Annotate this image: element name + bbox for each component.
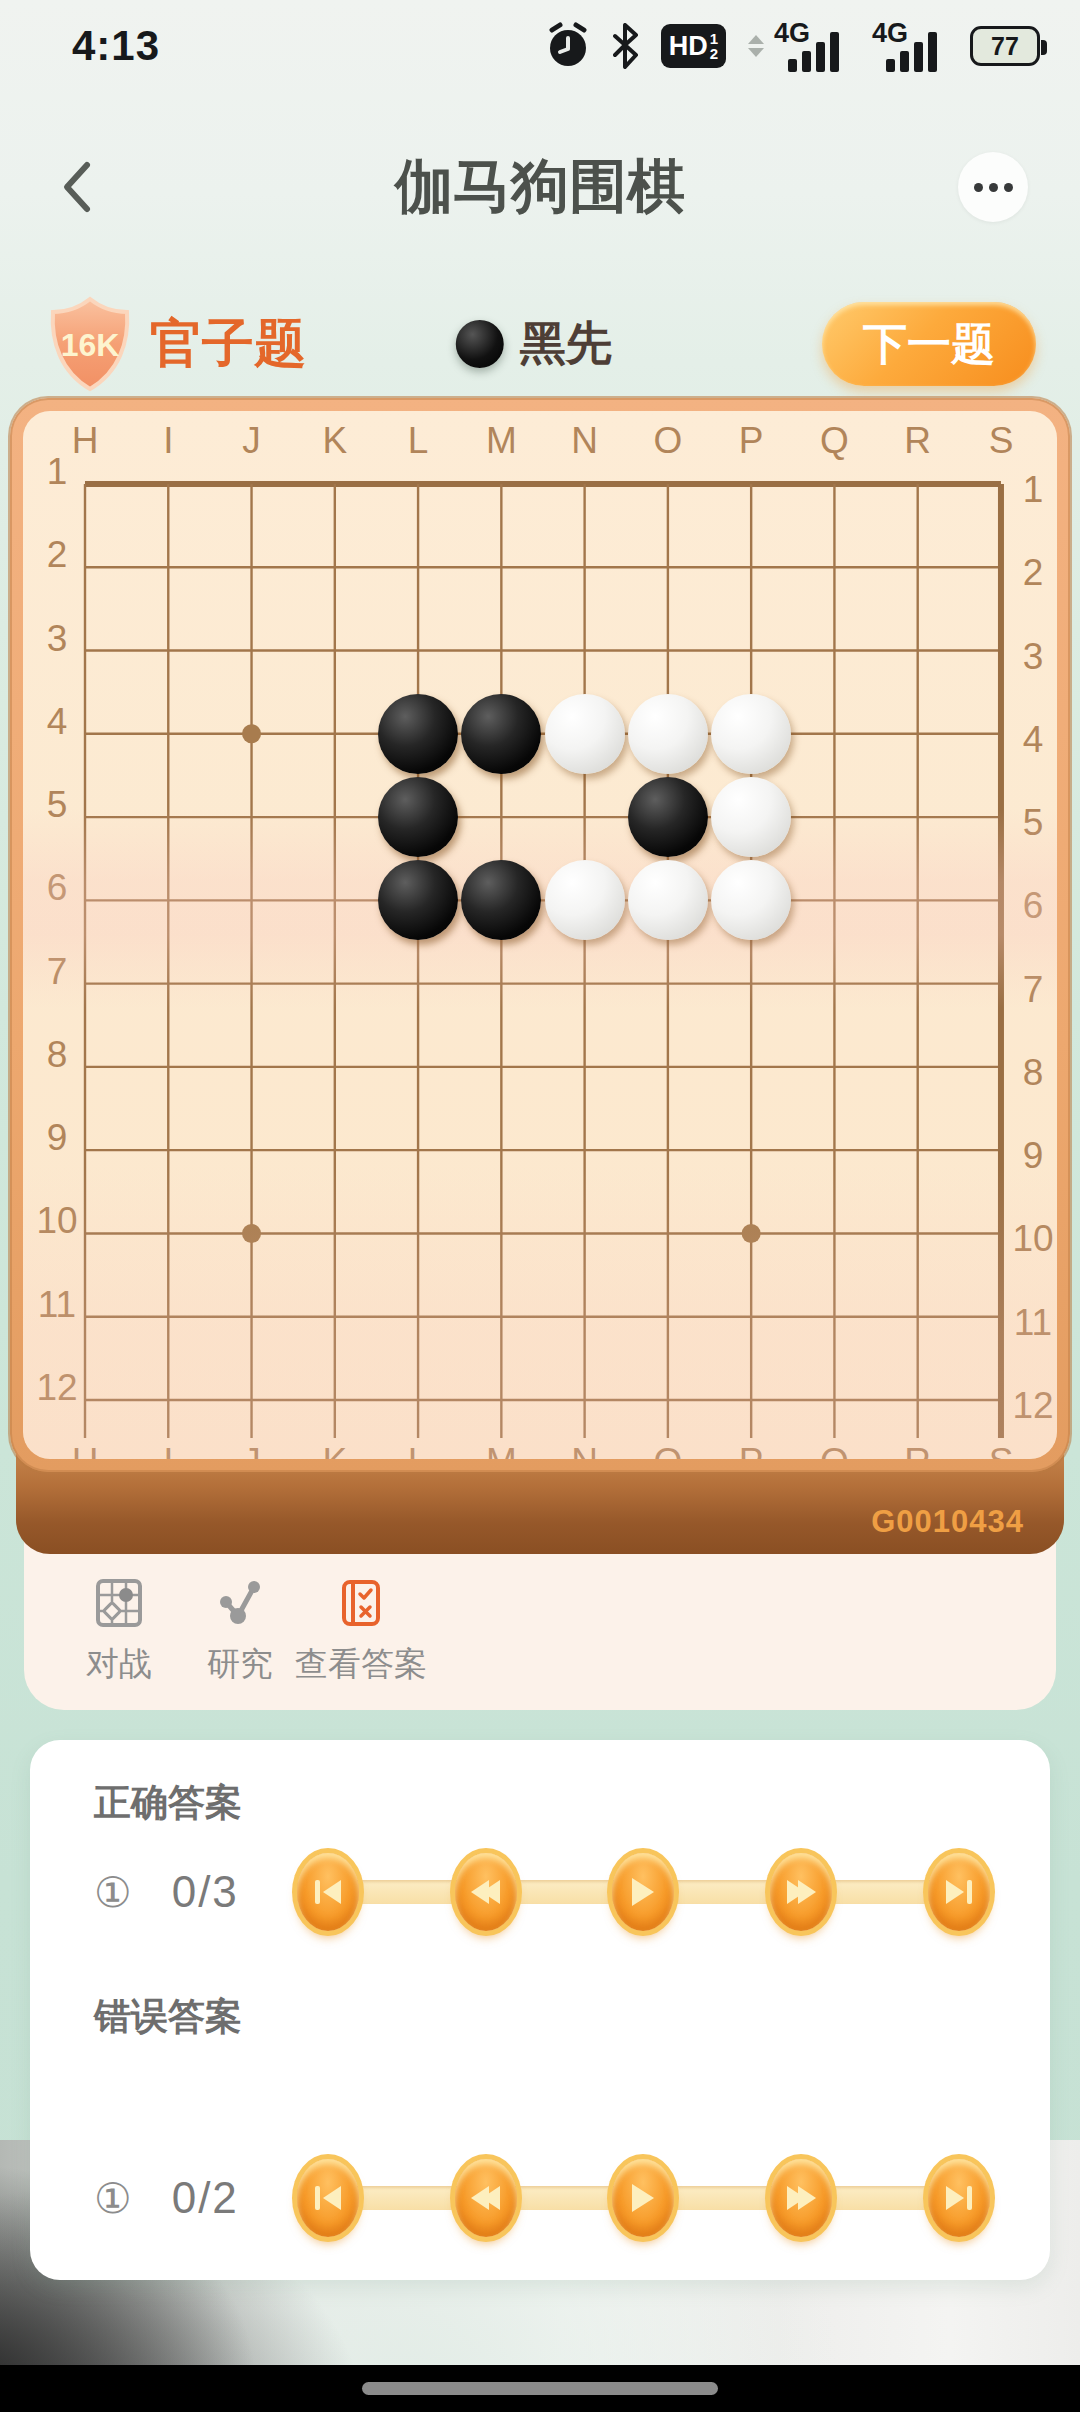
skip-start-button[interactable] [297, 1853, 359, 1931]
stone-black-L6[interactable] [378, 860, 458, 940]
home-indicator[interactable] [362, 2382, 718, 2395]
intersection-H12[interactable] [43, 1358, 126, 1441]
go-board-frame: HHIIJJKKLLMMNNOOPPQQRRSS1122334455667788… [10, 398, 1070, 1472]
intersection-I11[interactable] [127, 1275, 210, 1358]
intersection-R8[interactable] [876, 1025, 959, 1108]
intersection-H6[interactable] [43, 859, 126, 942]
intersection-S5[interactable] [959, 775, 1042, 858]
variation-index: ① [94, 1868, 132, 1917]
intersection-I2[interactable] [127, 526, 210, 609]
intersection-K4[interactable] [293, 692, 376, 775]
intersection-N7[interactable] [543, 942, 626, 1025]
intersection-H4[interactable] [43, 692, 126, 775]
battery-percent: 77 [991, 32, 1019, 61]
intersection-R5[interactable] [876, 775, 959, 858]
screen: 4:13 HD 12 4G 4G [0, 0, 1080, 2412]
intersection-S8[interactable] [959, 1025, 1042, 1108]
ellipsis-icon [974, 183, 983, 192]
intersection-H10[interactable] [43, 1192, 126, 1275]
branch-icon [215, 1578, 265, 1628]
intersection-M5[interactable] [460, 775, 543, 858]
intersection-K3[interactable] [293, 609, 376, 692]
intersection-H2[interactable] [43, 526, 126, 609]
intersection-K9[interactable] [293, 1108, 376, 1191]
intersection-J3[interactable] [210, 609, 293, 692]
status-bar: 4:13 HD 12 4G 4G [0, 0, 1080, 92]
intersection-P9[interactable] [709, 1108, 792, 1191]
intersection-H11[interactable] [43, 1275, 126, 1358]
intersection-J5[interactable] [210, 775, 293, 858]
intersection-O10[interactable] [626, 1192, 709, 1275]
intersection-Q6[interactable] [793, 859, 876, 942]
wrong-answer-title: 错误答案 [94, 1992, 242, 2042]
intersection-M1[interactable] [460, 442, 543, 525]
stone-white-P5[interactable] [711, 777, 791, 857]
intersection-M10[interactable] [460, 1192, 543, 1275]
intersection-J9[interactable] [210, 1108, 293, 1191]
intersection-O12[interactable] [626, 1358, 709, 1441]
intersection-P2[interactable] [709, 526, 792, 609]
intersection-I5[interactable] [127, 775, 210, 858]
intersection-L9[interactable] [376, 1108, 459, 1191]
playback-controls-wrong [293, 2142, 994, 2254]
intersection-S3[interactable] [959, 609, 1042, 692]
progress-count: 0/2 [172, 2173, 239, 2223]
answers-card: 正确答案 ① 0/3 错误答案 ① 0/2 [30, 1740, 1050, 2280]
intersection-L2[interactable] [376, 526, 459, 609]
intersection-O1[interactable] [626, 442, 709, 525]
stone-white-P4[interactable] [711, 694, 791, 774]
intersection-J11[interactable] [210, 1275, 293, 1358]
intersection-L12[interactable] [376, 1358, 459, 1441]
intersection-N5[interactable] [543, 775, 626, 858]
intersection-R3[interactable] [876, 609, 959, 692]
intersection-K5[interactable] [293, 775, 376, 858]
intersection-S12[interactable] [959, 1358, 1042, 1441]
step-back-button[interactable] [455, 2159, 517, 2237]
bluetooth-icon [613, 23, 639, 69]
intersection-R12[interactable] [876, 1358, 959, 1441]
column-label: N [571, 1441, 598, 1459]
intersection-L1[interactable] [376, 442, 459, 525]
variation-index: ① [94, 2174, 132, 2223]
intersection-J12[interactable] [210, 1358, 293, 1441]
turn-label: 黑先 [520, 313, 612, 375]
intersection-I8[interactable] [127, 1025, 210, 1108]
intersection-P10[interactable] [709, 1192, 792, 1275]
skip-start-button[interactable] [297, 2159, 359, 2237]
correct-answer-title: 正确答案 [94, 1778, 242, 1828]
header: 伽马狗围棋 [0, 112, 1080, 262]
column-label: O [653, 1441, 682, 1459]
stone-white-N6[interactable] [545, 860, 625, 940]
intersection-H5[interactable] [43, 775, 126, 858]
intersection-J4[interactable] [210, 692, 293, 775]
stone-black-L5[interactable] [378, 777, 458, 857]
intersection-M7[interactable] [460, 942, 543, 1025]
status-icons: HD 12 4G 4G 77 [545, 18, 1040, 74]
column-label: K [322, 1441, 347, 1459]
intersection-K12[interactable] [293, 1358, 376, 1441]
intersection-R10[interactable] [876, 1192, 959, 1275]
intersection-Q3[interactable] [793, 609, 876, 692]
intersection-J7[interactable] [210, 942, 293, 1025]
more-button[interactable] [958, 152, 1028, 222]
intersection-Q8[interactable] [793, 1025, 876, 1108]
intersection-P11[interactable] [709, 1275, 792, 1358]
intersection-Q11[interactable] [793, 1275, 876, 1358]
intersection-J6[interactable] [210, 859, 293, 942]
intersection-R2[interactable] [876, 526, 959, 609]
intersection-H3[interactable] [43, 609, 126, 692]
intersection-Q7[interactable] [793, 942, 876, 1025]
hd-volte-icon: HD 12 [661, 24, 726, 68]
intersection-Q12[interactable] [793, 1358, 876, 1441]
intersection-O8[interactable] [626, 1025, 709, 1108]
intersection-K10[interactable] [293, 1192, 376, 1275]
intersection-Q1[interactable] [793, 442, 876, 525]
column-label: M [486, 1441, 517, 1459]
intersection-L3[interactable] [376, 609, 459, 692]
play-button[interactable] [612, 1853, 674, 1931]
intersection-S6[interactable] [959, 859, 1042, 942]
intersection-H8[interactable] [43, 1025, 126, 1108]
view-answer-button[interactable]: 查看答案 [286, 1578, 436, 1687]
intersection-O9[interactable] [626, 1108, 709, 1191]
intersection-P7[interactable] [709, 942, 792, 1025]
intersection-O2[interactable] [626, 526, 709, 609]
stone-white-O6[interactable] [628, 860, 708, 940]
intersection-M8[interactable] [460, 1025, 543, 1108]
intersection-S2[interactable] [959, 526, 1042, 609]
intersection-J10[interactable] [210, 1192, 293, 1275]
intersection-P1[interactable] [709, 442, 792, 525]
intersection-O3[interactable] [626, 609, 709, 692]
wrong-answer-row: ① 0/2 [30, 2142, 1050, 2254]
intersection-Q10[interactable] [793, 1192, 876, 1275]
intersection-M12[interactable] [460, 1358, 543, 1441]
go-board-icon [94, 1578, 144, 1628]
intersection-I3[interactable] [127, 609, 210, 692]
intersection-N8[interactable] [543, 1025, 626, 1108]
stone-black-M4[interactable] [461, 694, 541, 774]
intersection-I9[interactable] [127, 1108, 210, 1191]
rank-badge-text: 16K [61, 327, 120, 363]
intersection-N2[interactable] [543, 526, 626, 609]
intersection-M11[interactable] [460, 1275, 543, 1358]
intersection-J1[interactable] [210, 442, 293, 525]
page-title: 伽马狗围棋 [0, 148, 1080, 226]
intersection-I10[interactable] [127, 1192, 210, 1275]
skip-end-button[interactable] [928, 1853, 990, 1931]
column-label: P [739, 1441, 764, 1459]
intersection-I6[interactable] [127, 859, 210, 942]
intersection-S7[interactable] [959, 942, 1042, 1025]
clock-time: 4:13 [72, 22, 160, 70]
intersection-Q9[interactable] [793, 1108, 876, 1191]
stone-black-O5[interactable] [628, 777, 708, 857]
intersection-R6[interactable] [876, 859, 959, 942]
intersection-K8[interactable] [293, 1025, 376, 1108]
column-label: I [163, 1441, 173, 1459]
progress-count: 0/3 [172, 1867, 239, 1917]
intersection-O11[interactable] [626, 1275, 709, 1358]
intersection-R11[interactable] [876, 1275, 959, 1358]
system-nav-bar [0, 2365, 1080, 2412]
stone-white-N4[interactable] [545, 694, 625, 774]
intersection-J8[interactable] [210, 1025, 293, 1108]
puzzle-info-row: 16K 官子题 黑先 下一题 [0, 294, 1080, 394]
intersection-K6[interactable] [293, 859, 376, 942]
back-button[interactable] [46, 157, 106, 217]
intersection-L10[interactable] [376, 1192, 459, 1275]
intersection-H1[interactable] [43, 442, 126, 525]
column-label: S [989, 1441, 1014, 1459]
intersection-P3[interactable] [709, 609, 792, 692]
playback-controls-correct [293, 1836, 994, 1948]
intersection-S1[interactable] [959, 442, 1042, 525]
puzzle-id: G0010434 [871, 1504, 1024, 1540]
black-stone-icon [456, 320, 504, 368]
intersection-H9[interactable] [43, 1108, 126, 1191]
intersection-Q4[interactable] [793, 692, 876, 775]
intersection-K11[interactable] [293, 1275, 376, 1358]
stone-white-O4[interactable] [628, 694, 708, 774]
step-forward-button[interactable] [770, 1853, 832, 1931]
intersection-N1[interactable] [543, 442, 626, 525]
next-puzzle-button[interactable]: 下一题 [822, 302, 1036, 386]
intersection-L8[interactable] [376, 1025, 459, 1108]
intersection-L11[interactable] [376, 1275, 459, 1358]
column-label: Q [820, 1441, 849, 1459]
column-label: J [242, 1441, 261, 1459]
battery-icon: 77 [970, 26, 1040, 66]
intersection-N12[interactable] [543, 1358, 626, 1441]
intersection-S11[interactable] [959, 1275, 1042, 1358]
intersection-M9[interactable] [460, 1108, 543, 1191]
intersection-M2[interactable] [460, 526, 543, 609]
puzzle-type-label: 官子题 [150, 309, 306, 379]
correct-answer-row: ① 0/3 [30, 1836, 1050, 1948]
signal-sim2-icon: 4G [872, 18, 948, 74]
step-back-button[interactable] [455, 1853, 517, 1931]
intersection-N9[interactable] [543, 1108, 626, 1191]
stone-black-L4[interactable] [378, 694, 458, 774]
intersection-I7[interactable] [127, 942, 210, 1025]
skip-end-button[interactable] [928, 2159, 990, 2237]
intersection-P8[interactable] [709, 1025, 792, 1108]
intersection-R1[interactable] [876, 442, 959, 525]
intersection-K1[interactable] [293, 442, 376, 525]
column-label: H [72, 1441, 99, 1459]
intersection-P12[interactable] [709, 1358, 792, 1441]
intersection-O7[interactable] [626, 942, 709, 1025]
intersection-Q2[interactable] [793, 526, 876, 609]
intersection-L7[interactable] [376, 942, 459, 1025]
intersection-K7[interactable] [293, 942, 376, 1025]
turn-indicator: 黑先 [456, 313, 612, 375]
column-label: R [904, 1441, 931, 1459]
rank-badge: 16K [44, 294, 136, 394]
intersection-R7[interactable] [876, 942, 959, 1025]
step-forward-button[interactable] [770, 2159, 832, 2237]
play-button[interactable] [612, 2159, 674, 2237]
intersection-grid [43, 442, 1042, 1441]
stone-white-P6[interactable] [711, 860, 791, 940]
intersection-I4[interactable] [127, 692, 210, 775]
intersection-J2[interactable] [210, 526, 293, 609]
intersection-K2[interactable] [293, 526, 376, 609]
intersection-S4[interactable] [959, 692, 1042, 775]
stone-black-M6[interactable] [461, 860, 541, 940]
answer-book-icon [336, 1578, 386, 1628]
signal-sim1-icon: 4G [774, 18, 850, 74]
intersection-S10[interactable] [959, 1192, 1042, 1275]
go-board[interactable]: HHIIJJKKLLMMNNOOPPQQRRSS1122334455667788… [23, 411, 1057, 1459]
intersection-H7[interactable] [43, 942, 126, 1025]
intersection-I1[interactable] [127, 442, 210, 525]
intersection-N10[interactable] [543, 1192, 626, 1275]
chevron-left-icon [59, 159, 93, 215]
alarm-clock-icon [545, 22, 591, 70]
intersection-Q5[interactable] [793, 775, 876, 858]
intersection-S9[interactable] [959, 1108, 1042, 1191]
intersection-N11[interactable] [543, 1275, 626, 1358]
intersection-R4[interactable] [876, 692, 959, 775]
data-activity-icon [748, 35, 764, 57]
intersection-M3[interactable] [460, 609, 543, 692]
column-label: L [408, 1441, 429, 1459]
intersection-R9[interactable] [876, 1108, 959, 1191]
intersection-I12[interactable] [127, 1358, 210, 1441]
intersection-N3[interactable] [543, 609, 626, 692]
